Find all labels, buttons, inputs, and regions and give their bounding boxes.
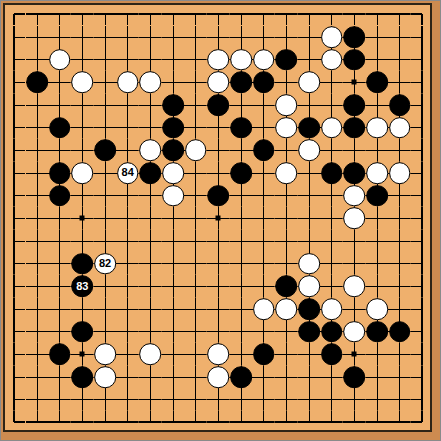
board-intersection[interactable] [320,207,343,230]
board-intersection[interactable] [48,94,71,117]
board-intersection[interactable] [162,388,185,411]
board-intersection[interactable] [139,411,162,434]
white-stone[interactable] [344,208,366,230]
board-intersection[interactable] [275,275,298,298]
board-intersection[interactable] [3,139,26,162]
board-intersection[interactable] [26,71,49,94]
white-stone[interactable] [366,117,388,139]
board-intersection[interactable] [343,116,366,139]
board-intersection[interactable] [343,184,366,207]
board-intersection[interactable] [252,71,275,94]
black-stone[interactable] [366,185,388,207]
board-intersection[interactable] [139,184,162,207]
board-intersection[interactable] [94,48,117,71]
board-intersection[interactable] [116,411,139,434]
board-intersection[interactable] [207,343,230,366]
board-intersection[interactable] [3,48,26,71]
black-stone[interactable] [298,117,320,139]
board-intersection[interactable] [184,26,207,49]
board-intersection[interactable] [162,230,185,253]
white-stone[interactable] [298,72,320,94]
board-intersection[interactable] [388,320,411,343]
board-intersection[interactable] [275,116,298,139]
board-intersection[interactable] [139,139,162,162]
board-intersection[interactable] [252,139,275,162]
board-intersection[interactable] [298,366,321,389]
black-stone[interactable] [162,94,184,116]
board-intersection[interactable] [252,366,275,389]
board-intersection[interactable] [116,366,139,389]
board-intersection[interactable] [26,184,49,207]
board-intersection[interactable] [116,26,139,49]
white-stone[interactable] [208,344,230,366]
white-stone[interactable] [366,298,388,320]
board-intersection[interactable] [26,411,49,434]
board-intersection[interactable] [162,343,185,366]
board-intersection[interactable] [139,366,162,389]
board-intersection[interactable] [48,71,71,94]
white-stone-move-82[interactable]: 82 [94,253,116,275]
board-intersection[interactable] [139,26,162,49]
board-intersection[interactable] [26,116,49,139]
black-stone[interactable] [26,72,48,94]
board-intersection[interactable] [320,26,343,49]
board-intersection[interactable] [207,26,230,49]
board-intersection[interactable] [366,275,389,298]
board-intersection[interactable] [139,48,162,71]
board-intersection[interactable] [275,252,298,275]
board-intersection[interactable] [366,116,389,139]
white-stone[interactable] [140,72,162,94]
board-intersection[interactable] [94,343,117,366]
board-intersection[interactable] [48,116,71,139]
board-intersection[interactable] [366,162,389,185]
white-stone[interactable] [253,49,275,71]
board-intersection[interactable] [71,94,94,117]
board-intersection[interactable] [388,366,411,389]
board-intersection[interactable] [252,275,275,298]
board-intersection[interactable] [48,411,71,434]
board-intersection[interactable] [48,275,71,298]
board-intersection[interactable] [275,343,298,366]
white-stone[interactable] [185,140,207,162]
board-intersection[interactable] [252,252,275,275]
black-stone[interactable] [253,72,275,94]
white-stone[interactable] [389,162,411,184]
board-intersection[interactable] [320,230,343,253]
board-intersection[interactable] [298,298,321,321]
board-intersection[interactable] [320,116,343,139]
board-intersection[interactable] [116,94,139,117]
board-intersection[interactable] [184,48,207,71]
black-stone[interactable] [140,162,162,184]
board-intersection[interactable] [388,26,411,49]
white-stone[interactable] [344,185,366,207]
black-stone[interactable] [253,344,275,366]
board-intersection[interactable] [116,230,139,253]
board-intersection[interactable] [388,388,411,411]
board-intersection[interactable] [71,207,94,230]
board-intersection[interactable] [139,3,162,26]
white-stone[interactable] [140,344,162,366]
board-intersection[interactable] [320,252,343,275]
board-intersection[interactable] [275,48,298,71]
board-intersection[interactable] [184,184,207,207]
black-stone[interactable] [366,321,388,343]
white-stone[interactable] [276,117,298,139]
board-intersection[interactable] [252,343,275,366]
board-intersection[interactable] [366,48,389,71]
board-intersection[interactable] [388,139,411,162]
board-intersection[interactable] [252,116,275,139]
white-stone[interactable] [72,162,94,184]
board-intersection[interactable] [230,298,253,321]
board-intersection[interactable] [411,388,434,411]
board-intersection[interactable] [162,184,185,207]
board-intersection[interactable] [3,252,26,275]
board-intersection[interactable] [162,411,185,434]
board-intersection[interactable] [116,343,139,366]
board-intersection[interactable] [139,207,162,230]
board-intersection[interactable] [366,343,389,366]
board-intersection[interactable] [252,48,275,71]
board-intersection[interactable] [162,252,185,275]
board-intersection[interactable] [3,298,26,321]
board-intersection[interactable] [275,26,298,49]
board-intersection[interactable] [26,320,49,343]
black-stone[interactable] [49,185,71,207]
board-intersection[interactable] [162,94,185,117]
board-intersection[interactable] [48,48,71,71]
board-intersection[interactable] [366,26,389,49]
board-intersection[interactable] [71,71,94,94]
board-intersection[interactable] [116,184,139,207]
board-intersection[interactable] [116,116,139,139]
board-intersection[interactable] [3,71,26,94]
board-intersection[interactable] [71,3,94,26]
board-intersection[interactable] [252,230,275,253]
board-intersection[interactable] [3,207,26,230]
board-intersection[interactable] [71,366,94,389]
board-intersection[interactable] [366,184,389,207]
black-stone[interactable] [72,321,94,343]
white-stone[interactable] [162,185,184,207]
board-intersection[interactable] [3,116,26,139]
white-stone[interactable] [49,49,71,71]
board-intersection[interactable] [343,26,366,49]
board-intersection[interactable] [388,230,411,253]
board-intersection[interactable] [162,366,185,389]
board-intersection[interactable] [343,139,366,162]
board-intersection[interactable] [388,275,411,298]
board-intersection[interactable] [366,3,389,26]
board-intersection[interactable] [48,184,71,207]
board-intersection[interactable] [388,298,411,321]
board-intersection[interactable] [26,139,49,162]
board-intersection[interactable]: 83 [71,275,94,298]
board-intersection[interactable] [275,139,298,162]
board-intersection[interactable] [26,207,49,230]
board-intersection[interactable] [207,275,230,298]
board-intersection[interactable] [116,48,139,71]
white-stone[interactable] [344,276,366,298]
board-intersection[interactable] [230,320,253,343]
board-intersection[interactable] [343,320,366,343]
black-stone[interactable] [162,140,184,162]
board-intersection[interactable]: 84 [116,162,139,185]
black-stone[interactable] [298,298,320,320]
board-intersection[interactable] [139,275,162,298]
board-intersection[interactable] [230,388,253,411]
white-stone[interactable] [298,253,320,275]
board-intersection[interactable] [411,343,434,366]
board-intersection[interactable] [411,366,434,389]
board-intersection[interactable] [388,116,411,139]
board-intersection[interactable] [94,298,117,321]
board-intersection[interactable] [3,230,26,253]
board-intersection[interactable] [343,94,366,117]
white-stone[interactable] [117,72,139,94]
board-intersection[interactable] [230,275,253,298]
board-intersection[interactable] [411,184,434,207]
board-intersection[interactable] [184,3,207,26]
board-intersection[interactable] [411,71,434,94]
board-intersection[interactable] [162,71,185,94]
board-intersection[interactable] [26,343,49,366]
board-intersection[interactable] [298,3,321,26]
board-intersection[interactable] [411,3,434,26]
board-intersection[interactable] [26,388,49,411]
board-intersection[interactable] [116,388,139,411]
board-intersection[interactable] [3,184,26,207]
board-intersection[interactable] [162,207,185,230]
board-intersection[interactable] [26,366,49,389]
board-intersection[interactable] [343,3,366,26]
board-intersection[interactable] [94,320,117,343]
black-stone[interactable] [72,366,94,388]
board-intersection[interactable] [252,320,275,343]
board-intersection[interactable] [139,71,162,94]
board-intersection[interactable] [275,94,298,117]
board-intersection[interactable] [48,207,71,230]
board-intersection[interactable] [411,162,434,185]
board-intersection[interactable] [298,252,321,275]
board-intersection[interactable] [298,48,321,71]
board-intersection[interactable] [162,26,185,49]
board-intersection[interactable] [343,343,366,366]
board-intersection[interactable] [139,252,162,275]
board-intersection[interactable] [230,139,253,162]
white-stone[interactable] [230,49,252,71]
board-intersection[interactable] [388,207,411,230]
board-intersection[interactable] [48,252,71,275]
board-intersection[interactable] [343,275,366,298]
board-intersection[interactable] [3,275,26,298]
board-intersection[interactable] [184,71,207,94]
board-intersection[interactable] [366,71,389,94]
black-stone[interactable] [49,162,71,184]
white-stone[interactable] [298,140,320,162]
black-stone[interactable] [49,344,71,366]
board-intersection[interactable] [162,298,185,321]
board-intersection[interactable] [275,320,298,343]
board-intersection[interactable] [94,366,117,389]
board-intersection[interactable] [366,320,389,343]
board-intersection[interactable] [48,320,71,343]
board-intersection[interactable] [298,94,321,117]
board-intersection[interactable] [184,230,207,253]
board-intersection[interactable] [71,116,94,139]
board-intersection[interactable] [26,252,49,275]
board-intersection[interactable] [184,252,207,275]
board-intersection[interactable] [116,207,139,230]
black-stone[interactable] [389,94,411,116]
black-stone[interactable] [344,366,366,388]
board-intersection[interactable] [366,94,389,117]
black-stone[interactable] [344,94,366,116]
board-intersection[interactable] [184,343,207,366]
board-intersection[interactable] [411,139,434,162]
board-intersection[interactable] [298,343,321,366]
board-intersection[interactable] [139,320,162,343]
board-intersection[interactable] [298,184,321,207]
board-intersection[interactable] [207,366,230,389]
white-stone[interactable] [94,344,116,366]
black-stone[interactable] [230,72,252,94]
board-intersection[interactable] [71,26,94,49]
white-stone[interactable] [208,49,230,71]
board-intersection[interactable] [411,230,434,253]
white-stone[interactable] [298,276,320,298]
board-intersection[interactable] [411,26,434,49]
white-stone[interactable] [389,117,411,139]
board-intersection[interactable] [207,184,230,207]
board-intersection[interactable] [48,230,71,253]
board-intersection[interactable] [343,162,366,185]
board-intersection[interactable] [139,230,162,253]
black-stone[interactable] [321,344,343,366]
white-stone[interactable] [94,366,116,388]
black-stone[interactable] [230,366,252,388]
board-intersection[interactable] [3,411,26,434]
board-intersection[interactable] [184,388,207,411]
board-intersection[interactable] [207,71,230,94]
board-intersection[interactable] [207,411,230,434]
board-intersection[interactable] [411,275,434,298]
board-intersection[interactable] [3,162,26,185]
board-intersection[interactable] [366,411,389,434]
white-stone[interactable] [366,162,388,184]
board-intersection[interactable] [320,275,343,298]
board-intersection[interactable] [207,116,230,139]
board-intersection[interactable] [366,252,389,275]
board-intersection[interactable] [116,3,139,26]
board-intersection[interactable] [71,139,94,162]
white-stone[interactable] [321,117,343,139]
board-intersection[interactable] [48,139,71,162]
board-intersection[interactable] [116,252,139,275]
white-stone[interactable] [321,298,343,320]
board-intersection[interactable] [162,275,185,298]
board-intersection[interactable] [230,207,253,230]
board-intersection[interactable] [48,3,71,26]
black-stone[interactable] [389,321,411,343]
board-intersection[interactable] [139,343,162,366]
board-intersection[interactable] [71,162,94,185]
board-intersection[interactable] [252,162,275,185]
board-intersection[interactable] [298,139,321,162]
black-stone[interactable] [276,276,298,298]
board-intersection[interactable] [26,162,49,185]
board-intersection[interactable] [343,252,366,275]
black-stone[interactable] [344,26,366,48]
board-intersection[interactable] [139,298,162,321]
board-intersection[interactable] [3,388,26,411]
board-intersection[interactable] [207,230,230,253]
board-intersection[interactable] [343,230,366,253]
board-intersection[interactable] [26,298,49,321]
board-intersection[interactable] [275,411,298,434]
board-intersection[interactable] [207,298,230,321]
board-intersection[interactable] [320,94,343,117]
black-stone[interactable] [162,117,184,139]
board-intersection[interactable] [275,71,298,94]
board-intersection[interactable] [320,388,343,411]
board-intersection[interactable] [230,366,253,389]
board-intersection[interactable] [162,320,185,343]
board-intersection[interactable] [411,298,434,321]
board-intersection[interactable] [366,139,389,162]
board-intersection[interactable] [3,3,26,26]
board-intersection[interactable] [252,207,275,230]
board-intersection[interactable] [71,388,94,411]
board-intersection[interactable] [116,139,139,162]
black-stone[interactable] [253,140,275,162]
board-intersection[interactable] [71,298,94,321]
black-stone[interactable] [94,140,116,162]
black-stone[interactable] [321,321,343,343]
board-intersection[interactable] [3,26,26,49]
board-intersection[interactable] [320,48,343,71]
board-intersection[interactable] [94,184,117,207]
white-stone[interactable] [276,298,298,320]
board-intersection[interactable] [343,71,366,94]
board-intersection[interactable] [94,139,117,162]
board-intersection[interactable] [252,3,275,26]
white-stone[interactable] [253,298,275,320]
board-intersection[interactable] [3,366,26,389]
board-intersection[interactable] [298,207,321,230]
board-intersection[interactable] [411,252,434,275]
board-intersection[interactable] [252,94,275,117]
board-intersection[interactable] [320,162,343,185]
board-intersection[interactable] [207,320,230,343]
board-intersection[interactable] [320,298,343,321]
board-intersection[interactable] [275,366,298,389]
board-intersection[interactable] [275,230,298,253]
black-stone[interactable] [276,49,298,71]
board-intersection[interactable] [230,94,253,117]
board-intersection[interactable] [252,26,275,49]
board-intersection[interactable] [207,139,230,162]
board-intersection[interactable] [3,320,26,343]
board-intersection[interactable] [162,3,185,26]
board-intersection[interactable] [275,388,298,411]
board-intersection[interactable] [116,298,139,321]
black-stone[interactable] [208,185,230,207]
white-stone[interactable] [344,321,366,343]
board-intersection[interactable] [26,26,49,49]
